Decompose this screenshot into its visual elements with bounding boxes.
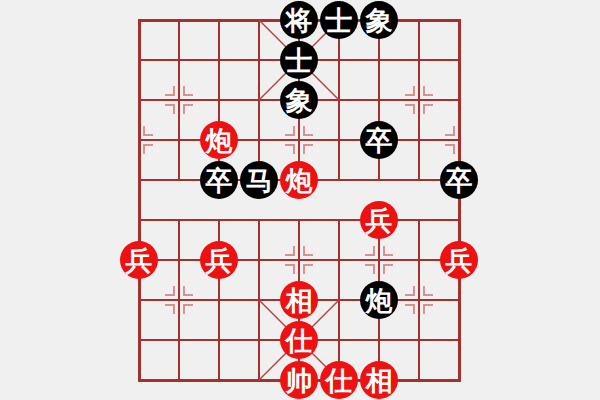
board-point: 士 — [279, 40, 319, 80]
board-point: 兵 — [439, 240, 479, 280]
board-point: 兵 — [199, 240, 239, 280]
board-point: 炮 — [279, 160, 319, 200]
red-advisor[interactable]: 仕 — [320, 361, 358, 399]
board-point: 相 — [279, 280, 319, 320]
red-general[interactable]: 帅 — [280, 361, 318, 399]
red-advisor[interactable]: 仕 — [280, 321, 318, 359]
board-point: 帅 — [279, 360, 319, 400]
black-soldier[interactable]: 卒 — [360, 121, 398, 159]
board-point: 象 — [279, 80, 319, 120]
black-general[interactable]: 将 — [280, 1, 318, 39]
board-point: 将 — [279, 0, 319, 40]
red-soldier[interactable]: 兵 — [120, 241, 158, 279]
xiangqi-app: 将士象士象炮卒卒马炮卒兵兵兵兵相炮仕帅仕相 — [0, 0, 600, 400]
xiangqi-pieces-layer: 将士象士象炮卒卒马炮卒兵兵兵兵相炮仕帅仕相 — [119, 0, 479, 400]
red-elephant[interactable]: 相 — [280, 281, 318, 319]
board-point: 士 — [319, 0, 359, 40]
board-point: 炮 — [199, 120, 239, 160]
black-soldier[interactable]: 卒 — [200, 161, 238, 199]
black-advisor[interactable]: 士 — [320, 1, 358, 39]
board-point: 象 — [359, 0, 399, 40]
red-cannon[interactable]: 炮 — [280, 161, 318, 199]
board-point: 相 — [359, 360, 399, 400]
red-elephant[interactable]: 相 — [360, 361, 398, 399]
red-soldier[interactable]: 兵 — [440, 241, 478, 279]
board-point: 卒 — [199, 160, 239, 200]
board-point: 炮 — [359, 280, 399, 320]
board-point: 马 — [239, 160, 279, 200]
black-horse[interactable]: 马 — [240, 161, 278, 199]
black-elephant[interactable]: 象 — [360, 1, 398, 39]
board-point: 仕 — [319, 360, 359, 400]
black-cannon[interactable]: 炮 — [360, 281, 398, 319]
board-point: 兵 — [119, 240, 159, 280]
red-soldier[interactable]: 兵 — [360, 201, 398, 239]
black-elephant[interactable]: 象 — [280, 81, 318, 119]
red-cannon[interactable]: 炮 — [200, 121, 238, 159]
black-advisor[interactable]: 士 — [280, 41, 318, 79]
board-point: 仕 — [279, 320, 319, 360]
red-soldier[interactable]: 兵 — [200, 241, 238, 279]
board-point: 卒 — [439, 160, 479, 200]
board-point: 卒 — [359, 120, 399, 160]
board-point: 兵 — [359, 200, 399, 240]
black-soldier[interactable]: 卒 — [440, 161, 478, 199]
